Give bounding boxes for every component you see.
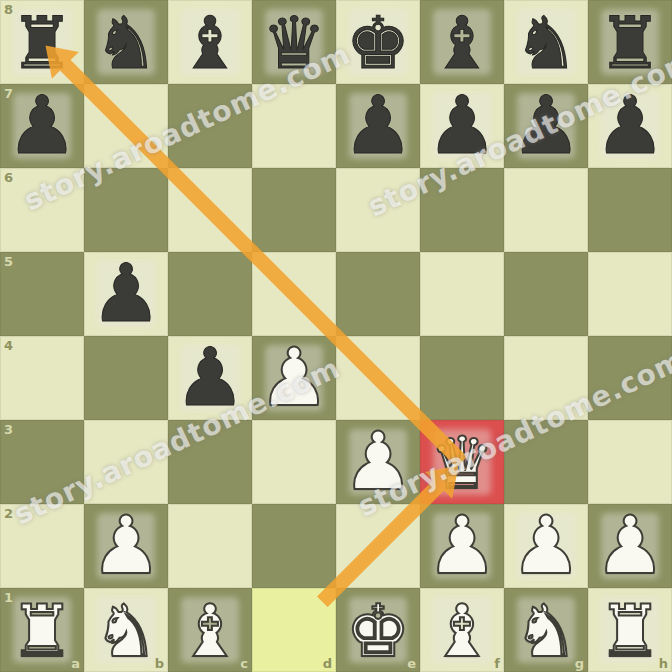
square-c4[interactable]: ♟ <box>168 336 252 420</box>
piece-white-pawn[interactable]: ♟ <box>252 336 336 420</box>
square-e2[interactable] <box>336 504 420 588</box>
piece-white-bishop[interactable]: ♝ <box>420 588 504 672</box>
rank-label-6: 6 <box>4 171 13 184</box>
square-g3[interactable] <box>504 420 588 504</box>
piece-white-pawn[interactable]: ♟ <box>420 504 504 588</box>
square-e4[interactable] <box>336 336 420 420</box>
square-b3[interactable] <box>84 420 168 504</box>
square-c6[interactable] <box>168 168 252 252</box>
piece-black-queen[interactable]: ♛ <box>252 0 336 84</box>
piece-black-pawn[interactable]: ♟ <box>420 84 504 168</box>
square-g4[interactable] <box>504 336 588 420</box>
piece-white-pawn[interactable]: ♟ <box>588 504 672 588</box>
square-h2[interactable]: ♟ <box>588 504 672 588</box>
square-h8[interactable]: ♜ <box>588 0 672 84</box>
square-c5[interactable] <box>168 252 252 336</box>
square-f4[interactable] <box>420 336 504 420</box>
square-b6[interactable] <box>84 168 168 252</box>
square-f2[interactable]: ♟ <box>420 504 504 588</box>
piece-white-pawn[interactable]: ♟ <box>504 504 588 588</box>
square-f1[interactable]: f♝ <box>420 588 504 672</box>
file-label-c: c <box>240 657 248 670</box>
file-label-h: h <box>659 657 668 670</box>
square-f7[interactable]: ♟ <box>420 84 504 168</box>
square-g2[interactable]: ♟ <box>504 504 588 588</box>
piece-black-pawn[interactable]: ♟ <box>336 84 420 168</box>
square-e8[interactable]: ♚ <box>336 0 420 84</box>
square-e6[interactable] <box>336 168 420 252</box>
piece-black-bishop[interactable]: ♝ <box>168 0 252 84</box>
square-h4[interactable] <box>588 336 672 420</box>
square-a6[interactable]: 6 <box>0 168 84 252</box>
square-h1[interactable]: h♜ <box>588 588 672 672</box>
file-label-a: a <box>71 657 80 670</box>
square-b2[interactable]: ♟ <box>84 504 168 588</box>
chess-screenshot: 8♜♞♝♛♚♝♞♜7♟♟♟♟♟65♟4♟♟3♟♛2♟♟♟♟1a♜b♞c♝de♚f… <box>0 0 672 672</box>
square-a5[interactable]: 5 <box>0 252 84 336</box>
square-d4[interactable]: ♟ <box>252 336 336 420</box>
rank-label-7: 7 <box>4 87 13 100</box>
square-e7[interactable]: ♟ <box>336 84 420 168</box>
square-a2[interactable]: 2 <box>0 504 84 588</box>
file-label-e: e <box>407 657 416 670</box>
square-a3[interactable]: 3 <box>0 420 84 504</box>
square-d1[interactable]: d <box>252 588 336 672</box>
square-h5[interactable] <box>588 252 672 336</box>
file-label-d: d <box>323 657 332 670</box>
square-b7[interactable] <box>84 84 168 168</box>
piece-black-knight[interactable]: ♞ <box>84 0 168 84</box>
square-e3[interactable]: ♟ <box>336 420 420 504</box>
piece-black-knight[interactable]: ♞ <box>504 0 588 84</box>
piece-black-pawn[interactable]: ♟ <box>504 84 588 168</box>
piece-white-queen[interactable]: ♛ <box>420 420 504 504</box>
square-g8[interactable]: ♞ <box>504 0 588 84</box>
piece-white-pawn[interactable]: ♟ <box>84 504 168 588</box>
square-e5[interactable] <box>336 252 420 336</box>
piece-white-pawn[interactable]: ♟ <box>336 420 420 504</box>
piece-black-pawn[interactable]: ♟ <box>84 252 168 336</box>
rank-label-8: 8 <box>4 3 13 16</box>
square-b1[interactable]: b♞ <box>84 588 168 672</box>
square-b5[interactable]: ♟ <box>84 252 168 336</box>
square-c1[interactable]: c♝ <box>168 588 252 672</box>
square-d5[interactable] <box>252 252 336 336</box>
chess-board[interactable]: 8♜♞♝♛♚♝♞♜7♟♟♟♟♟65♟4♟♟3♟♛2♟♟♟♟1a♜b♞c♝de♚f… <box>0 0 672 672</box>
square-a7[interactable]: 7♟ <box>0 84 84 168</box>
square-h3[interactable] <box>588 420 672 504</box>
square-a4[interactable]: 4 <box>0 336 84 420</box>
square-c8[interactable]: ♝ <box>168 0 252 84</box>
square-g6[interactable] <box>504 168 588 252</box>
square-d3[interactable] <box>252 420 336 504</box>
square-h6[interactable] <box>588 168 672 252</box>
square-g7[interactable]: ♟ <box>504 84 588 168</box>
square-d7[interactable] <box>252 84 336 168</box>
piece-black-rook[interactable]: ♜ <box>588 0 672 84</box>
piece-black-pawn[interactable]: ♟ <box>168 336 252 420</box>
square-e1[interactable]: e♚ <box>336 588 420 672</box>
rank-label-4: 4 <box>4 339 13 352</box>
square-c2[interactable] <box>168 504 252 588</box>
square-d2[interactable] <box>252 504 336 588</box>
square-d6[interactable] <box>252 168 336 252</box>
rank-label-2: 2 <box>4 507 13 520</box>
file-label-g: g <box>575 657 584 670</box>
square-g1[interactable]: g♞ <box>504 588 588 672</box>
file-label-b: b <box>155 657 164 670</box>
rank-label-3: 3 <box>4 423 13 436</box>
square-g5[interactable] <box>504 252 588 336</box>
square-a8[interactable]: 8♜ <box>0 0 84 84</box>
square-b4[interactable] <box>84 336 168 420</box>
square-d8[interactable]: ♛ <box>252 0 336 84</box>
piece-black-pawn[interactable]: ♟ <box>588 84 672 168</box>
file-label-f: f <box>494 657 500 670</box>
rank-label-5: 5 <box>4 255 13 268</box>
piece-black-king[interactable]: ♚ <box>336 0 420 84</box>
square-a1[interactable]: 1a♜ <box>0 588 84 672</box>
piece-black-bishop[interactable]: ♝ <box>420 0 504 84</box>
square-f3[interactable]: ♛ <box>420 420 504 504</box>
square-b8[interactable]: ♞ <box>84 0 168 84</box>
square-c7[interactable] <box>168 84 252 168</box>
square-c3[interactable] <box>168 420 252 504</box>
square-f6[interactable] <box>420 168 504 252</box>
square-f5[interactable] <box>420 252 504 336</box>
square-h7[interactable]: ♟ <box>588 84 672 168</box>
rank-label-1: 1 <box>4 591 13 604</box>
square-f8[interactable]: ♝ <box>420 0 504 84</box>
